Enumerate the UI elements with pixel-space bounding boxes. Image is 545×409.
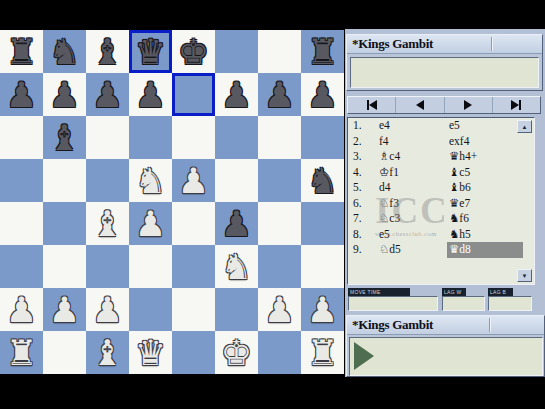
- square-d3[interactable]: [129, 245, 172, 288]
- square-d8[interactable]: ♛: [129, 30, 172, 73]
- move-time-field: [348, 296, 438, 311]
- piece-black-pawn: ♟: [0, 73, 43, 116]
- square-c2[interactable]: ♟: [86, 288, 129, 331]
- square-g2[interactable]: ♟: [258, 288, 301, 331]
- piece-black-queen: ♛: [129, 30, 172, 73]
- piece-white-knight: ♞: [129, 159, 172, 202]
- square-d2[interactable]: [129, 288, 172, 331]
- square-e3[interactable]: [172, 245, 215, 288]
- game-info-area: [350, 57, 539, 88]
- move-number: 7.: [353, 211, 375, 227]
- square-g5[interactable]: [258, 159, 301, 202]
- play-panel: *Kings Gambit: [346, 315, 545, 377]
- square-c5[interactable]: [86, 159, 129, 202]
- square-e7[interactable]: [172, 73, 215, 116]
- piece-black-knight: ♞: [301, 159, 344, 202]
- move-number: 5.: [353, 180, 375, 196]
- white-move[interactable]: d4: [379, 180, 445, 196]
- piece-black-pawn: ♟: [301, 73, 344, 116]
- white-move[interactable]: e5: [379, 227, 445, 243]
- black-move[interactable]: ♛h4+: [449, 149, 523, 165]
- step-back-button[interactable]: [396, 97, 444, 113]
- move-row: 6.♘f3♛e7: [348, 196, 534, 212]
- piece-black-pawn: ♟: [215, 202, 258, 245]
- square-g3[interactable]: [258, 245, 301, 288]
- examine-panel-header: *Kings Gambit: [347, 35, 542, 54]
- square-a3[interactable]: [0, 245, 43, 288]
- square-b5[interactable]: [43, 159, 86, 202]
- square-d7[interactable]: ♟: [129, 73, 172, 116]
- piece-white-pawn: ♟: [258, 288, 301, 331]
- piece-white-pawn: ♟: [43, 288, 86, 331]
- move-list[interactable]: 1.e4e52.f4exf43.♗c4♛h4+4.♔f1♝c55.d4♝b66.…: [347, 117, 535, 285]
- header-divider: [489, 318, 490, 332]
- square-b3[interactable]: [43, 245, 86, 288]
- play-icon[interactable]: [354, 342, 374, 370]
- piece-black-king: ♚: [172, 30, 215, 73]
- black-move[interactable]: ♞f6: [449, 211, 523, 227]
- square-h7[interactable]: ♟: [301, 73, 344, 116]
- right-column: *Kings Gambit: [345, 29, 545, 377]
- square-b8[interactable]: ♞: [43, 30, 86, 73]
- square-f4[interactable]: ♟: [215, 202, 258, 245]
- play-area: [349, 337, 543, 376]
- go-to-end-button[interactable]: [493, 97, 540, 113]
- go-to-start-button[interactable]: [348, 97, 396, 113]
- piece-white-rook: ♜: [301, 331, 344, 374]
- square-f6[interactable]: [215, 116, 258, 159]
- black-move[interactable]: ♝b6: [449, 180, 523, 196]
- square-e1[interactable]: [172, 331, 215, 374]
- move-time-label: MOVE TIME: [348, 288, 410, 296]
- square-f2[interactable]: [215, 288, 258, 331]
- square-a1[interactable]: ♜: [0, 331, 43, 374]
- piece-white-pawn: ♟: [301, 288, 344, 331]
- square-g1[interactable]: [258, 331, 301, 374]
- lag-white-label: LAG W: [442, 288, 466, 296]
- square-a2[interactable]: ♟: [0, 288, 43, 331]
- square-a6[interactable]: [0, 116, 43, 159]
- examine-panel: *Kings Gambit: [346, 34, 543, 91]
- piece-white-knight: ♞: [215, 245, 258, 288]
- black-move-selected[interactable]: ♛d8: [447, 242, 523, 258]
- square-h4[interactable]: [301, 202, 344, 245]
- black-move[interactable]: ♞h5: [449, 227, 523, 243]
- white-move[interactable]: f4: [379, 134, 445, 150]
- square-f8[interactable]: [215, 30, 258, 73]
- header-divider: [491, 37, 492, 51]
- move-number: 4.: [353, 165, 375, 181]
- white-move[interactable]: ♗c4: [379, 149, 445, 165]
- move-row: 1.e4e5: [348, 118, 534, 134]
- scroll-down-button[interactable]: ▼: [517, 269, 532, 282]
- piece-black-pawn: ♟: [258, 73, 301, 116]
- white-move[interactable]: e4: [379, 118, 445, 134]
- move-nav-toolbar: [347, 96, 541, 114]
- square-b1[interactable]: [43, 331, 86, 374]
- square-e5[interactable]: ♟: [172, 159, 215, 202]
- piece-white-king: ♚: [215, 331, 258, 374]
- square-c8[interactable]: ♝: [86, 30, 129, 73]
- square-c6[interactable]: [86, 116, 129, 159]
- square-b4[interactable]: [43, 202, 86, 245]
- piece-white-rook: ♜: [0, 331, 43, 374]
- square-a7[interactable]: ♟: [0, 73, 43, 116]
- chess-board: ♜♞♝♛♚♜♟♟♟♟♟♟♟♝♞♟♞♝♟♟♞♟♟♟♟♟♜♝♛♚♜: [0, 30, 344, 374]
- square-a8[interactable]: ♜: [0, 30, 43, 73]
- square-c4[interactable]: ♝: [86, 202, 129, 245]
- move-number: 2.: [353, 134, 375, 150]
- move-row: 8.e5♞h5: [348, 227, 534, 243]
- lag-white-field: [442, 296, 485, 311]
- square-d6[interactable]: [129, 116, 172, 159]
- white-move[interactable]: ♘c3: [379, 211, 445, 227]
- move-row: 2.f4exf4: [348, 134, 534, 150]
- white-move[interactable]: ♘d5: [379, 242, 445, 258]
- move-number: 1.: [353, 118, 375, 134]
- piece-white-pawn: ♟: [86, 288, 129, 331]
- square-h6[interactable]: [301, 116, 344, 159]
- move-number: 9.: [353, 242, 375, 258]
- square-d1[interactable]: ♛: [129, 331, 172, 374]
- go-to-end-icon: [509, 100, 523, 110]
- piece-white-pawn: ♟: [0, 288, 43, 331]
- square-g6[interactable]: [258, 116, 301, 159]
- step-forward-icon: [462, 100, 474, 110]
- black-move[interactable]: ♛e7: [449, 196, 523, 212]
- square-e8[interactable]: ♚: [172, 30, 215, 73]
- piece-black-bishop: ♝: [86, 30, 129, 73]
- square-e6[interactable]: [172, 116, 215, 159]
- move-number: 3.: [353, 149, 375, 165]
- go-to-start-icon: [365, 100, 379, 110]
- play-panel-title: *Kings Gambit: [352, 317, 433, 333]
- square-e2[interactable]: [172, 288, 215, 331]
- examine-panel-title: *Kings Gambit: [352, 36, 433, 52]
- piece-black-pawn: ♟: [215, 73, 258, 116]
- square-d4[interactable]: ♟: [129, 202, 172, 245]
- piece-black-pawn: ♟: [129, 73, 172, 116]
- piece-black-pawn: ♟: [43, 73, 86, 116]
- piece-black-knight: ♞: [43, 30, 86, 73]
- square-a5[interactable]: [0, 159, 43, 202]
- square-d5[interactable]: ♞: [129, 159, 172, 202]
- square-f3[interactable]: ♞: [215, 245, 258, 288]
- black-move[interactable]: e5: [449, 118, 523, 134]
- move-rows: 1.e4e52.f4exf43.♗c4♛h4+4.♔f1♝c55.d4♝b66.…: [348, 118, 534, 258]
- app-frame: ♜♞♝♛♚♜♟♟♟♟♟♟♟♝♞♟♞♝♟♟♞♟♟♟♟♟♜♝♛♚♜ *Kings G…: [0, 0, 545, 409]
- lag-black-field: [488, 296, 532, 311]
- square-b6[interactable]: ♝: [43, 116, 86, 159]
- piece-white-pawn: ♟: [129, 202, 172, 245]
- lag-black-label: LAG B: [488, 288, 513, 296]
- move-number: 6.: [353, 196, 375, 212]
- square-f1[interactable]: ♚: [215, 331, 258, 374]
- play-panel-header: *Kings Gambit: [347, 316, 544, 335]
- move-row: 5.d4♝b6: [348, 180, 534, 196]
- piece-white-queen: ♛: [129, 331, 172, 374]
- piece-white-bishop: ♝: [86, 331, 129, 374]
- square-h8[interactable]: ♜: [301, 30, 344, 73]
- square-c3[interactable]: [86, 245, 129, 288]
- black-move[interactable]: exf4: [449, 134, 523, 150]
- square-f7[interactable]: ♟: [215, 73, 258, 116]
- square-h1[interactable]: ♜: [301, 331, 344, 374]
- piece-black-bishop: ♝: [43, 116, 86, 159]
- move-number: 8.: [353, 227, 375, 243]
- piece-white-bishop: ♝: [86, 202, 129, 245]
- square-c7[interactable]: ♟: [86, 73, 129, 116]
- square-h5[interactable]: ♞: [301, 159, 344, 202]
- piece-black-pawn: ♟: [86, 73, 129, 116]
- square-b2[interactable]: ♟: [43, 288, 86, 331]
- square-g7[interactable]: ♟: [258, 73, 301, 116]
- white-move[interactable]: ♔f1: [379, 165, 445, 181]
- square-c1[interactable]: ♝: [86, 331, 129, 374]
- square-e4[interactable]: [172, 202, 215, 245]
- square-h2[interactable]: ♟: [301, 288, 344, 331]
- move-row: 3.♗c4♛h4+: [348, 149, 534, 165]
- piece-white-pawn: ♟: [172, 159, 215, 202]
- move-row: 7.♘c3♞f6: [348, 211, 534, 227]
- white-move[interactable]: ♘f3: [379, 196, 445, 212]
- move-row: 9.♘d5♛d8: [348, 242, 534, 258]
- square-h3[interactable]: [301, 245, 344, 288]
- square-g4[interactable]: [258, 202, 301, 245]
- step-back-icon: [414, 100, 426, 110]
- square-b7[interactable]: ♟: [43, 73, 86, 116]
- piece-black-rook: ♜: [0, 30, 43, 73]
- square-g8[interactable]: [258, 30, 301, 73]
- move-row: 4.♔f1♝c5: [348, 165, 534, 181]
- black-move[interactable]: ♝c5: [449, 165, 523, 181]
- piece-black-rook: ♜: [301, 30, 344, 73]
- step-forward-button[interactable]: [445, 97, 493, 113]
- scroll-up-button[interactable]: ▲: [517, 120, 532, 133]
- square-a4[interactable]: [0, 202, 43, 245]
- square-f5[interactable]: [215, 159, 258, 202]
